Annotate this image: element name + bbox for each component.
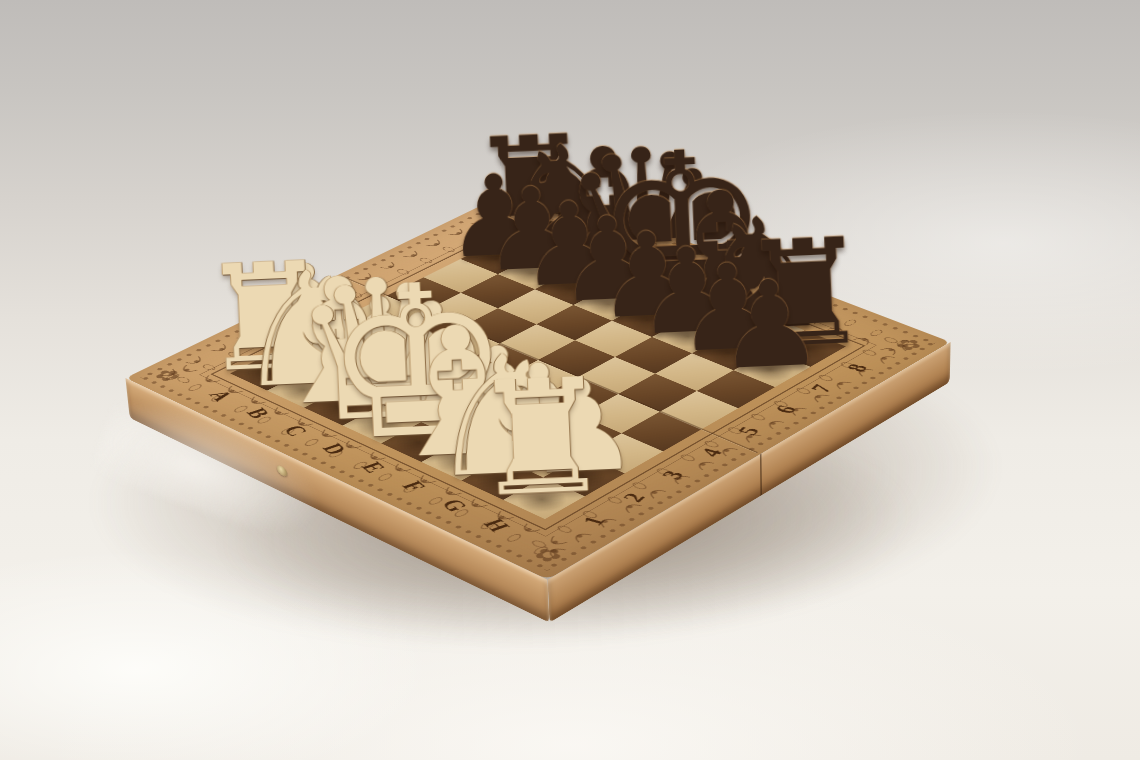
piece-black-pawn-h7[interactable]: ♟: [714, 262, 826, 386]
board-assembly: ✿ ✿ ✿ ✿ ABCDEFGH12345678 ♜♞♝♛♚♝♞♜♟♟♟♟♟♟♟…: [0, 0, 1140, 760]
pieces-layer: ♜♞♝♛♚♝♞♜♟♟♟♟♟♟♟♟♟♟♟♟♟♟♟♟♜♞♝♛♚♝♞♜: [0, 0, 1140, 760]
piece-white-rook-h1[interactable]: ♜: [468, 357, 615, 520]
photo-scene: ✿ ✿ ✿ ✿ ABCDEFGH12345678 ♜♞♝♛♚♝♞♜♟♟♟♟♟♟♟…: [0, 0, 1140, 760]
